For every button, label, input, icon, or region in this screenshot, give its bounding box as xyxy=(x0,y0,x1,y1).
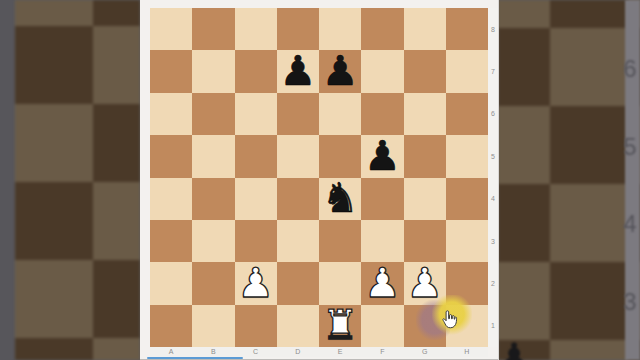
square-c8[interactable] xyxy=(235,8,277,50)
square-c2[interactable]: ♟ xyxy=(235,262,277,304)
square-a4[interactable] xyxy=(150,178,192,220)
square-h5[interactable] xyxy=(446,135,488,177)
square-h3[interactable] xyxy=(446,220,488,262)
background-rank-label-6: 6 xyxy=(618,55,640,83)
square-f1[interactable] xyxy=(361,305,403,347)
square-a2[interactable] xyxy=(150,262,192,304)
square-h7[interactable] xyxy=(446,50,488,92)
background-rank-label-3: 3 xyxy=(618,288,640,316)
square-h4[interactable] xyxy=(446,178,488,220)
square-e6[interactable] xyxy=(319,93,361,135)
square-b2[interactable] xyxy=(192,262,234,304)
file-label-h: H xyxy=(446,347,488,357)
file-label-b: B xyxy=(192,347,234,357)
square-a7[interactable] xyxy=(150,50,192,92)
square-f4[interactable] xyxy=(361,178,403,220)
file-label-g: G xyxy=(404,347,446,357)
square-g5[interactable] xyxy=(404,135,446,177)
square-g6[interactable] xyxy=(404,93,446,135)
square-a5[interactable] xyxy=(150,135,192,177)
file-label-a: A xyxy=(150,347,192,357)
background-blur-pawn-icon: ♟ xyxy=(497,338,531,360)
square-f8[interactable] xyxy=(361,8,403,50)
square-g4[interactable] xyxy=(404,178,446,220)
square-h8[interactable] xyxy=(446,8,488,50)
square-e7[interactable]: ♟ xyxy=(319,50,361,92)
square-d6[interactable] xyxy=(277,93,319,135)
square-e8[interactable] xyxy=(319,8,361,50)
square-c7[interactable] xyxy=(235,50,277,92)
square-f6[interactable] xyxy=(361,93,403,135)
square-c6[interactable] xyxy=(235,93,277,135)
file-label-d: D xyxy=(277,347,319,357)
square-d8[interactable] xyxy=(277,8,319,50)
rank-label-3: 3 xyxy=(488,220,498,262)
square-c1[interactable] xyxy=(235,305,277,347)
piece-black-pawn[interactable]: ♟ xyxy=(322,51,359,92)
piece-white-rook[interactable]: ♜ xyxy=(322,305,359,346)
square-f3[interactable] xyxy=(361,220,403,262)
square-b3[interactable] xyxy=(192,220,234,262)
file-coordinates: ABCDEFGH xyxy=(150,347,488,357)
background-rank-label-4: 4 xyxy=(618,210,640,238)
piece-black-knight[interactable]: ♞ xyxy=(322,178,359,219)
rank-label-6: 6 xyxy=(488,93,498,135)
square-f7[interactable] xyxy=(361,50,403,92)
rank-coordinates: 87654321 xyxy=(488,8,498,347)
square-d1[interactable] xyxy=(277,305,319,347)
square-f5[interactable]: ♟ xyxy=(361,135,403,177)
square-h6[interactable] xyxy=(446,93,488,135)
rank-label-8: 8 xyxy=(488,8,498,50)
rank-label-5: 5 xyxy=(488,135,498,177)
square-b4[interactable] xyxy=(192,178,234,220)
square-b5[interactable] xyxy=(192,135,234,177)
file-label-c: C xyxy=(235,347,277,357)
square-a8[interactable] xyxy=(150,8,192,50)
square-a3[interactable] xyxy=(150,220,192,262)
hand-cursor-icon xyxy=(441,309,458,331)
square-a1[interactable] xyxy=(150,305,192,347)
square-b7[interactable] xyxy=(192,50,234,92)
square-c3[interactable] xyxy=(235,220,277,262)
video-frame: 6543 ♟ ♟♟♟♞♟♟♟♜ ABCDEFGH 87654321 xyxy=(0,0,640,360)
square-d3[interactable] xyxy=(277,220,319,262)
piece-black-pawn[interactable]: ♟ xyxy=(279,51,316,92)
square-c5[interactable] xyxy=(235,135,277,177)
background-blur-board-left xyxy=(15,0,140,360)
file-label-e: E xyxy=(319,347,361,357)
square-b6[interactable] xyxy=(192,93,234,135)
square-g7[interactable] xyxy=(404,50,446,92)
square-g8[interactable] xyxy=(404,8,446,50)
square-e1[interactable]: ♜ xyxy=(319,305,361,347)
background-gray-strip-left xyxy=(0,0,15,360)
square-d2[interactable] xyxy=(277,262,319,304)
piece-white-pawn[interactable]: ♟ xyxy=(364,263,401,304)
piece-white-pawn[interactable]: ♟ xyxy=(237,263,274,304)
square-g3[interactable] xyxy=(404,220,446,262)
square-e5[interactable] xyxy=(319,135,361,177)
square-b8[interactable] xyxy=(192,8,234,50)
square-a6[interactable] xyxy=(150,93,192,135)
square-d7[interactable]: ♟ xyxy=(277,50,319,92)
piece-black-pawn[interactable]: ♟ xyxy=(364,136,401,177)
square-b1[interactable] xyxy=(192,305,234,347)
square-c4[interactable] xyxy=(235,178,277,220)
square-e2[interactable] xyxy=(319,262,361,304)
square-e4[interactable]: ♞ xyxy=(319,178,361,220)
square-e3[interactable] xyxy=(319,220,361,262)
file-label-f: F xyxy=(361,347,403,357)
rank-label-2: 2 xyxy=(488,262,498,304)
rank-label-4: 4 xyxy=(488,178,498,220)
background-rank-label-5: 5 xyxy=(618,133,640,161)
rank-label-7: 7 xyxy=(488,50,498,92)
square-f2[interactable]: ♟ xyxy=(361,262,403,304)
square-d5[interactable] xyxy=(277,135,319,177)
square-d4[interactable] xyxy=(277,178,319,220)
